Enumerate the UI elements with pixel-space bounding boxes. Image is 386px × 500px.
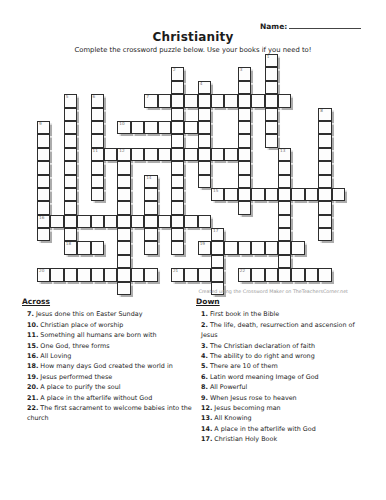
grid-cell[interactable] [224, 94, 237, 107]
clue-item: 9. When Jesus rose to heaven [196, 393, 368, 403]
grid-cell[interactable] [278, 215, 291, 228]
grid-cell[interactable] [64, 228, 77, 241]
grid-cell[interactable] [64, 148, 77, 161]
grid-cell[interactable] [251, 268, 264, 281]
grid-cell[interactable]: 19 [198, 241, 211, 254]
clue-item: 5. There are 10 of them [196, 361, 368, 371]
name-blank-line[interactable] [289, 20, 361, 29]
grid-cell[interactable] [211, 268, 224, 281]
clue-item-number: 7. [27, 310, 34, 318]
grid-cell[interactable] [318, 175, 331, 188]
clue-number: 6 [93, 95, 96, 100]
grid-cell[interactable]: 8 [318, 108, 331, 121]
grid-cell[interactable]: 6 [91, 94, 104, 107]
grid-cell[interactable] [291, 241, 304, 254]
clue-item-number: 5. [201, 362, 208, 370]
grid-cell[interactable] [265, 94, 278, 107]
grid-cell[interactable] [332, 188, 345, 201]
down-header: Down [196, 297, 368, 307]
across-list: 7. Jesus done this on Easter Sunday10. C… [22, 309, 194, 423]
grid-cell[interactable] [198, 94, 211, 107]
clue-number: 2 [173, 68, 176, 73]
grid-cell[interactable] [64, 161, 77, 174]
clue-item-number: 12. [201, 404, 212, 412]
grid-cell[interactable] [224, 188, 237, 201]
grid-cell[interactable] [238, 241, 251, 254]
clue-item: 6. Latin word meaning Image of God [196, 372, 368, 382]
clue-number: 4 [200, 82, 203, 87]
clue-item: 10. Christian place of worship [22, 320, 194, 330]
clue-item-number: 13. [201, 414, 212, 422]
grid-cell[interactable] [238, 94, 251, 107]
grid-cell[interactable] [171, 94, 184, 107]
clue-number: 14 [146, 176, 151, 181]
clue-item-number: 22. [27, 404, 38, 412]
grid-cell[interactable]: 18 [64, 241, 77, 254]
grid-cell[interactable] [278, 201, 291, 214]
grid-cell[interactable] [198, 268, 211, 281]
grid-cell[interactable] [144, 268, 157, 281]
grid-cell[interactable] [211, 148, 224, 161]
grid-cell[interactable] [224, 148, 237, 161]
clue-number: 17 [213, 229, 218, 234]
grid-cell[interactable] [171, 134, 184, 147]
grid-cell[interactable] [117, 175, 130, 188]
grid-cell[interactable] [198, 175, 211, 188]
grid-cell[interactable] [171, 121, 184, 134]
grid-cell[interactable] [144, 121, 157, 134]
grid-cell[interactable] [278, 228, 291, 241]
grid-cell[interactable] [238, 121, 251, 134]
clue-item: 7. Jesus done this on Easter Sunday [22, 309, 194, 319]
clue-number: 11 [93, 149, 98, 154]
grid-cell[interactable] [291, 268, 304, 281]
grid-cell[interactable] [238, 134, 251, 147]
grid-cell[interactable] [291, 188, 304, 201]
across-clues: Across 7. Jesus done this on Easter Sund… [22, 297, 194, 424]
grid-cell[interactable] [64, 215, 77, 228]
grid-cell[interactable]: 20 [37, 268, 50, 281]
clue-item: 1. First book in the Bible [196, 309, 368, 319]
clue-number: 21 [173, 269, 178, 274]
grid-cell[interactable] [171, 241, 184, 254]
grid-cell[interactable] [91, 175, 104, 188]
clue-item-number: 11. [27, 331, 38, 339]
clue-item: 11. Something all humans are born with [22, 330, 194, 340]
clue-item-number: 2. [201, 321, 208, 329]
grid-cell[interactable]: 12 [117, 148, 130, 161]
grid-cell[interactable] [171, 188, 184, 201]
grid-cell[interactable] [91, 108, 104, 121]
grid-cell[interactable] [278, 175, 291, 188]
grid-cell[interactable] [91, 121, 104, 134]
grid-cell[interactable] [224, 241, 237, 254]
grid-cell[interactable]: 17 [211, 228, 224, 241]
grid-cell[interactable] [64, 188, 77, 201]
grid-cell[interactable] [305, 188, 318, 201]
grid-cell[interactable] [198, 215, 211, 228]
grid-cell[interactable] [318, 121, 331, 134]
grid-cell[interactable] [265, 241, 278, 254]
grid-cell[interactable] [265, 188, 278, 201]
clue-item: 3. The Christian declaration of faith [196, 341, 368, 351]
grid-cell[interactable] [77, 268, 90, 281]
clue-item-number: 17. [201, 435, 212, 443]
grid-cell[interactable] [251, 241, 264, 254]
clue-item: 15. One God, three forms [22, 341, 194, 351]
grid-cell[interactable]: 15 [211, 188, 224, 201]
grid-cell[interactable] [171, 161, 184, 174]
grid-cell[interactable] [144, 201, 157, 214]
grid-cell[interactable] [144, 148, 157, 161]
grid-cell[interactable] [37, 134, 50, 147]
grid-cell[interactable] [318, 268, 331, 281]
grid-cell[interactable] [171, 228, 184, 241]
grid-cell[interactable]: 5 [64, 94, 77, 107]
grid-cell[interactable] [131, 268, 144, 281]
grid-cell[interactable]: 7 [144, 94, 157, 107]
crossword-grid: 12345678910111213141516171819202122 [37, 54, 345, 295]
grid-cell[interactable]: 14 [144, 175, 157, 188]
grid-cell[interactable] [117, 255, 130, 268]
clue-item-number: 4. [201, 352, 208, 360]
grid-cell[interactable] [198, 108, 211, 121]
clue-number: 18 [66, 242, 71, 247]
clue-item-number: 8. [201, 383, 208, 391]
grid-cell[interactable] [278, 241, 291, 254]
grid-cell[interactable]: 9 [37, 121, 50, 134]
grid-cell[interactable] [171, 215, 184, 228]
grid-cell[interactable] [64, 268, 77, 281]
grid-cell[interactable] [184, 148, 197, 161]
clue-item: 18. How many days God created the world … [22, 361, 194, 371]
grid-cell[interactable] [50, 215, 63, 228]
clue-item-number: 10. [27, 321, 38, 329]
grid-cell[interactable] [37, 228, 50, 241]
clue-item: 4. The ability to do right and wrong [196, 351, 368, 361]
grid-cell[interactable] [158, 94, 171, 107]
grid-cell[interactable]: 16 [37, 215, 50, 228]
grid-cell[interactable] [144, 188, 157, 201]
grid-cell[interactable] [238, 81, 251, 94]
clue-item-number: 9. [201, 394, 208, 402]
grid-cell[interactable] [37, 175, 50, 188]
clue-number: 3 [240, 68, 243, 73]
grid-cell[interactable] [131, 121, 144, 134]
grid-cell[interactable]: 10 [117, 121, 130, 134]
grid-cell[interactable] [37, 161, 50, 174]
grid-cell[interactable] [171, 175, 184, 188]
grid-cell[interactable]: 21 [171, 268, 184, 281]
grid-cell[interactable] [91, 241, 104, 254]
grid-cell[interactable] [64, 175, 77, 188]
grid-cell[interactable] [104, 215, 117, 228]
grid-cell[interactable] [171, 148, 184, 161]
grid-cell[interactable] [265, 108, 278, 121]
clue-number: 5 [66, 95, 69, 100]
grid-cell[interactable] [238, 175, 251, 188]
clue-item-number: 6. [201, 373, 208, 381]
clue-number: 8 [320, 109, 323, 114]
clue-number: 10 [119, 122, 124, 127]
grid-cell[interactable] [131, 215, 144, 228]
grid-cell[interactable] [64, 134, 77, 147]
attribution-text: Created using the Crossword Maker on The… [0, 289, 348, 294]
clue-number: 9 [39, 122, 42, 127]
grid-cell[interactable] [50, 268, 63, 281]
grid-cell[interactable] [184, 268, 197, 281]
grid-cell[interactable] [144, 215, 157, 228]
grid-cell[interactable] [318, 161, 331, 174]
grid-cell[interactable]: 22 [238, 268, 251, 281]
clue-number: 19 [200, 242, 205, 247]
grid-cell[interactable] [158, 148, 171, 161]
grid-cell[interactable] [117, 241, 130, 254]
clue-item: 21. A place in the afterlife without God [22, 393, 194, 403]
across-header: Across [22, 297, 194, 307]
grid-cell[interactable] [117, 201, 130, 214]
grid-cell[interactable] [238, 201, 251, 214]
grid-cell[interactable] [171, 108, 184, 121]
grid-cell[interactable] [117, 228, 130, 241]
grid-cell[interactable] [318, 134, 331, 147]
grid-cell[interactable] [318, 201, 331, 214]
grid-cell[interactable] [104, 268, 117, 281]
grid-cell[interactable] [198, 121, 211, 134]
clue-item: 19. Jesus performed these [22, 372, 194, 382]
grid-cell[interactable] [238, 161, 251, 174]
grid-cell[interactable] [211, 94, 224, 107]
grid-cell[interactable] [37, 188, 50, 201]
grid-cell[interactable] [131, 148, 144, 161]
grid-cell[interactable] [278, 94, 291, 107]
grid-cell[interactable] [117, 161, 130, 174]
grid-cell[interactable] [104, 148, 117, 161]
clue-item-number: 14. [201, 425, 212, 433]
clue-number: 12 [119, 149, 124, 154]
grid-cell[interactable] [117, 215, 130, 228]
grid-cell[interactable] [184, 94, 197, 107]
grid-cell[interactable] [238, 148, 251, 161]
page-subtitle: Complete the crossword puzzle below. Use… [0, 46, 386, 54]
grid-cell[interactable]: 13 [278, 148, 291, 161]
clue-number: 22 [240, 269, 245, 274]
grid-cell[interactable] [37, 201, 50, 214]
clue-item-number: 1. [201, 310, 208, 318]
clue-item: 16. All Loving [22, 351, 194, 361]
grid-cell[interactable] [158, 121, 171, 134]
grid-cell[interactable] [318, 215, 331, 228]
grid-cell[interactable] [265, 121, 278, 134]
clue-item-number: 19. [27, 373, 38, 381]
grid-cell[interactable] [64, 201, 77, 214]
grid-cell[interactable] [251, 94, 264, 107]
grid-cell[interactable] [64, 121, 77, 134]
grid-cell[interactable] [91, 188, 104, 201]
grid-cell[interactable] [318, 148, 331, 161]
clue-item: 20. A place to purify the soul [22, 382, 194, 392]
grid-cell[interactable] [117, 188, 130, 201]
grid-cell[interactable] [91, 161, 104, 174]
grid-cell[interactable] [171, 201, 184, 214]
grid-cell[interactable] [184, 215, 197, 228]
grid-cell[interactable] [318, 228, 331, 241]
clue-item: 12. Jesus becoming man [196, 403, 368, 413]
grid-cell[interactable] [278, 268, 291, 281]
clue-number: 20 [39, 269, 44, 274]
down-list: 1. First book in the Bible2. The life, d… [196, 309, 368, 444]
clue-item: 22. The first sacrament to welcome babie… [22, 403, 194, 424]
grid-cell[interactable] [238, 108, 251, 121]
grid-cell[interactable] [171, 81, 184, 94]
grid-cell[interactable] [91, 215, 104, 228]
clue-item: 14. A place in the afterlife with God [196, 424, 368, 434]
grid-cell[interactable] [91, 268, 104, 281]
clue-item: 2. The life, death, resurrection and asc… [196, 320, 368, 341]
clue-item-number: 3. [201, 342, 208, 350]
grid-cell[interactable] [278, 255, 291, 268]
clue-number: 1 [267, 55, 270, 60]
grid-cell[interactable] [198, 161, 211, 174]
grid-cell[interactable] [37, 148, 50, 161]
down-clues: Down 1. First book in the Bible2. The li… [196, 297, 368, 445]
grid-cell[interactable] [158, 215, 171, 228]
clue-number: 7 [146, 95, 149, 100]
grid-cell[interactable] [265, 67, 278, 80]
clue-number: 13 [280, 149, 285, 154]
grid-cell[interactable]: 3 [238, 67, 251, 80]
clue-item-number: 21. [27, 394, 38, 402]
worksheet-page: Name: Christianity Complete the crosswor… [0, 0, 386, 500]
clue-item-number: 16. [27, 352, 38, 360]
grid-cell[interactable] [318, 188, 331, 201]
clue-item: 17. Christian Holy Book [196, 434, 368, 444]
grid-cell[interactable] [144, 228, 157, 241]
grid-cell[interactable]: 4 [198, 81, 211, 94]
grid-cell[interactable] [144, 241, 157, 254]
clue-number: 16 [39, 216, 44, 221]
clue-item-number: 20. [27, 383, 38, 391]
grid-cell[interactable]: 2 [171, 67, 184, 80]
grid-cell[interactable] [77, 241, 90, 254]
grid-cell[interactable] [64, 108, 77, 121]
grid-cell[interactable] [184, 121, 197, 134]
grid-cell[interactable] [211, 255, 224, 268]
grid-cell[interactable] [251, 188, 264, 201]
clue-item: 13. All Knowing [196, 413, 368, 423]
grid-cell[interactable] [278, 188, 291, 201]
grid-cell[interactable] [117, 268, 130, 281]
grid-cell[interactable] [278, 161, 291, 174]
clue-item-number: 18. [27, 362, 38, 370]
grid-cell[interactable] [77, 215, 90, 228]
grid-cell[interactable] [198, 148, 211, 161]
grid-cell[interactable] [265, 268, 278, 281]
grid-cell[interactable] [265, 134, 278, 147]
grid-cell[interactable] [305, 268, 318, 281]
clue-item: 8. All Powerful [196, 382, 368, 392]
grid-cell[interactable] [265, 81, 278, 94]
grid-cell[interactable] [91, 134, 104, 147]
grid-cell[interactable]: 1 [265, 54, 278, 67]
page-title: Christianity [0, 30, 386, 44]
grid-cell[interactable] [198, 134, 211, 147]
grid-cell[interactable] [238, 188, 251, 201]
grid-cell[interactable]: 11 [91, 148, 104, 161]
grid-cell[interactable] [211, 241, 224, 254]
clue-number: 15 [213, 189, 218, 194]
clue-item-number: 15. [27, 342, 38, 350]
